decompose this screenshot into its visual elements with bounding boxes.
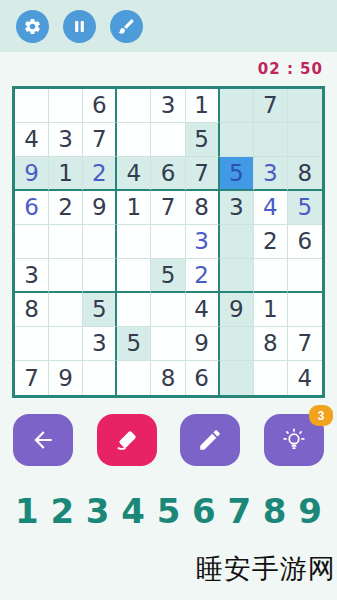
pause-icon xyxy=(70,17,89,36)
sudoku-cell-r8c8[interactable]: 8 xyxy=(254,327,288,361)
sudoku-cell-r7c9[interactable] xyxy=(288,293,322,327)
sudoku-cell-r8c3[interactable]: 3 xyxy=(83,327,117,361)
eraser-icon xyxy=(114,427,140,453)
sudoku-cell-r4c6[interactable]: 8 xyxy=(186,191,220,225)
numpad-digit-6[interactable]: 6 xyxy=(192,494,216,528)
sudoku-app: 02 : 50 63174375912467538629178345326352… xyxy=(0,0,337,600)
numpad-digit-8[interactable]: 8 xyxy=(263,494,287,528)
lightbulb-icon xyxy=(281,427,307,453)
sudoku-cell-r7c8[interactable]: 1 xyxy=(254,293,288,327)
sudoku-cell-r7c4[interactable] xyxy=(117,293,151,327)
sudoku-cell-r6c5[interactable]: 5 xyxy=(151,259,185,293)
sudoku-cell-r9c3[interactable] xyxy=(83,361,117,395)
sudoku-cell-r1c8[interactable]: 7 xyxy=(254,89,288,123)
numpad-digit-5[interactable]: 5 xyxy=(157,494,181,528)
pencil-icon xyxy=(197,427,223,453)
sudoku-cell-r7c3[interactable]: 5 xyxy=(83,293,117,327)
sudoku-cell-r3c2[interactable]: 1 xyxy=(49,157,83,191)
gear-icon xyxy=(23,17,42,36)
sudoku-cell-r6c8[interactable] xyxy=(254,259,288,293)
sudoku-cell-r3c3[interactable]: 2 xyxy=(83,157,117,191)
theme-brush-button[interactable] xyxy=(110,10,143,43)
sudoku-cell-r6c1[interactable]: 3 xyxy=(15,259,49,293)
settings-button[interactable] xyxy=(16,10,49,43)
sudoku-cell-r8c7[interactable] xyxy=(220,327,254,361)
sudoku-cell-r4c7[interactable]: 3 xyxy=(220,191,254,225)
action-bar: 3 xyxy=(0,414,337,466)
sudoku-cell-r5c3[interactable] xyxy=(83,225,117,259)
timer: 02 : 50 xyxy=(258,60,323,78)
sudoku-cell-r1c2[interactable] xyxy=(49,89,83,123)
sudoku-cell-r8c9[interactable]: 7 xyxy=(288,327,322,361)
sudoku-cell-r2c2[interactable]: 3 xyxy=(49,123,83,157)
sudoku-cell-r7c7[interactable]: 9 xyxy=(220,293,254,327)
sudoku-cell-r8c1[interactable] xyxy=(15,327,49,361)
sudoku-cell-r6c9[interactable] xyxy=(288,259,322,293)
sudoku-cell-r2c4[interactable] xyxy=(117,123,151,157)
sudoku-cell-r9c8[interactable] xyxy=(254,361,288,395)
paintbrush-icon xyxy=(117,17,136,36)
sudoku-cell-r4c5[interactable]: 7 xyxy=(151,191,185,225)
sudoku-cell-r1c3[interactable]: 6 xyxy=(83,89,117,123)
sudoku-cell-r2c8[interactable] xyxy=(254,123,288,157)
notes-pencil-button[interactable] xyxy=(180,414,240,466)
sudoku-cell-r9c7[interactable] xyxy=(220,361,254,395)
sudoku-cell-r5c6[interactable]: 3 xyxy=(186,225,220,259)
sudoku-board: 6317437591246753862917834532635285491359… xyxy=(12,86,325,398)
sudoku-cell-r4c3[interactable]: 9 xyxy=(83,191,117,225)
sudoku-cell-r2c7[interactable] xyxy=(220,123,254,157)
hint-button[interactable]: 3 xyxy=(264,414,324,466)
board-wrap: 6317437591246753862917834532635285491359… xyxy=(0,86,337,398)
sudoku-cell-r7c5[interactable] xyxy=(151,293,185,327)
sudoku-cell-r6c4[interactable] xyxy=(117,259,151,293)
sudoku-cell-r3c4[interactable]: 4 xyxy=(117,157,151,191)
pause-button[interactable] xyxy=(63,10,96,43)
eraser-button[interactable] xyxy=(97,414,157,466)
undo-button[interactable] xyxy=(13,414,73,466)
sudoku-cell-r4c8[interactable]: 4 xyxy=(254,191,288,225)
sudoku-cell-r2c5[interactable] xyxy=(151,123,185,157)
sudoku-cell-r8c2[interactable] xyxy=(49,327,83,361)
sudoku-cell-r5c8[interactable]: 2 xyxy=(254,225,288,259)
sudoku-cell-r6c7[interactable] xyxy=(220,259,254,293)
sudoku-cell-r8c6[interactable]: 9 xyxy=(186,327,220,361)
sudoku-cell-r1c4[interactable] xyxy=(117,89,151,123)
sudoku-cell-r9c6[interactable]: 6 xyxy=(186,361,220,395)
sudoku-cell-r5c5[interactable] xyxy=(151,225,185,259)
watermark: 睡安手游网 xyxy=(196,551,336,587)
sudoku-cell-r1c5[interactable]: 3 xyxy=(151,89,185,123)
sudoku-cell-r3c9[interactable]: 8 xyxy=(288,157,322,191)
arrow-left-icon xyxy=(30,427,56,453)
sudoku-cell-r4c4[interactable]: 1 xyxy=(117,191,151,225)
sudoku-cell-r1c9[interactable] xyxy=(288,89,322,123)
numpad-digit-7[interactable]: 7 xyxy=(227,494,251,528)
numpad-digit-2[interactable]: 2 xyxy=(50,494,74,528)
sudoku-cell-r7c2[interactable] xyxy=(49,293,83,327)
numpad-digit-9[interactable]: 9 xyxy=(298,494,322,528)
sudoku-cell-r8c5[interactable] xyxy=(151,327,185,361)
sudoku-cell-r2c6[interactable]: 5 xyxy=(186,123,220,157)
sudoku-cell-r9c5[interactable]: 8 xyxy=(151,361,185,395)
sudoku-cell-r5c4[interactable] xyxy=(117,225,151,259)
sudoku-cell-r9c2[interactable]: 9 xyxy=(49,361,83,395)
sudoku-cell-r9c1[interactable]: 7 xyxy=(15,361,49,395)
sudoku-cell-r3c5[interactable]: 6 xyxy=(151,157,185,191)
sudoku-cell-r2c9[interactable] xyxy=(288,123,322,157)
sudoku-cell-r3c6[interactable]: 7 xyxy=(186,157,220,191)
sudoku-cell-r9c4[interactable] xyxy=(117,361,151,395)
sudoku-cell-r5c7[interactable] xyxy=(220,225,254,259)
sudoku-cell-r2c1[interactable]: 4 xyxy=(15,123,49,157)
numpad-digit-4[interactable]: 4 xyxy=(121,494,145,528)
numpad-digit-1[interactable]: 1 xyxy=(15,494,39,528)
sudoku-cell-r3c8[interactable]: 3 xyxy=(254,157,288,191)
sudoku-cell-r1c6[interactable]: 1 xyxy=(186,89,220,123)
sudoku-cell-r6c3[interactable] xyxy=(83,259,117,293)
timer-row: 02 : 50 xyxy=(0,52,337,86)
sudoku-cell-r4c2[interactable]: 2 xyxy=(49,191,83,225)
top-toolbar xyxy=(0,0,337,52)
sudoku-cell-r1c7[interactable] xyxy=(220,89,254,123)
sudoku-cell-r6c6[interactable]: 2 xyxy=(186,259,220,293)
sudoku-cell-r7c6[interactable]: 4 xyxy=(186,293,220,327)
sudoku-cell-r3c7[interactable]: 5 xyxy=(220,157,254,191)
sudoku-cell-r8c4[interactable]: 5 xyxy=(117,327,151,361)
sudoku-cell-r9c9[interactable]: 4 xyxy=(288,361,322,395)
sudoku-cell-r2c3[interactable]: 7 xyxy=(83,123,117,157)
sudoku-cell-r1c1[interactable] xyxy=(15,89,49,123)
number-pad: 123456789 xyxy=(0,494,337,528)
sudoku-cell-r3c1[interactable]: 9 xyxy=(15,157,49,191)
sudoku-cell-r5c9[interactable]: 6 xyxy=(288,225,322,259)
sudoku-cell-r5c2[interactable] xyxy=(49,225,83,259)
hint-count-badge: 3 xyxy=(309,405,333,426)
numpad-digit-3[interactable]: 3 xyxy=(86,494,110,528)
sudoku-cell-r5c1[interactable] xyxy=(15,225,49,259)
sudoku-cell-r4c1[interactable]: 6 xyxy=(15,191,49,225)
sudoku-cell-r4c9[interactable]: 5 xyxy=(288,191,322,225)
sudoku-cell-r6c2[interactable] xyxy=(49,259,83,293)
sudoku-cell-r7c1[interactable]: 8 xyxy=(15,293,49,327)
